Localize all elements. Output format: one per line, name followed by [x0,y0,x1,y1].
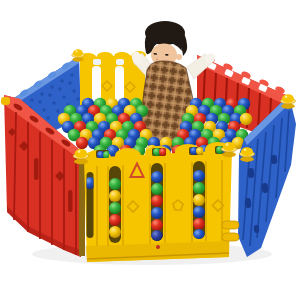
product-photo [0,0,300,300]
play-ball [151,195,163,207]
child-nose [156,59,158,61]
play-ball [151,219,163,231]
play-ball [76,137,88,149]
child-ear [176,54,182,60]
play-ball [109,190,121,202]
play-ball [240,113,252,125]
latch-dot [156,245,160,249]
play-ball [159,148,167,156]
play-ball [196,147,204,155]
play-ball [109,178,121,190]
play-ball [109,214,121,226]
gate-latch [222,221,239,229]
play-ball [193,194,205,206]
gate-latch [222,233,239,241]
play-ball [193,206,205,218]
child-eye [165,54,169,56]
rail-slot [93,59,101,65]
play-ball [193,182,205,194]
play-ball [151,171,163,183]
rail-slot [116,59,124,65]
play-ball [151,207,163,219]
panel-junction-gap [79,152,85,256]
corner-tab [1,97,10,105]
playpen-scene [0,0,300,300]
play-ball [193,170,205,182]
play-ball [193,218,205,230]
play-ball [109,226,121,238]
panel-front-gate-yellow [73,142,239,262]
play-ball [109,202,121,214]
play-ball [151,183,163,195]
